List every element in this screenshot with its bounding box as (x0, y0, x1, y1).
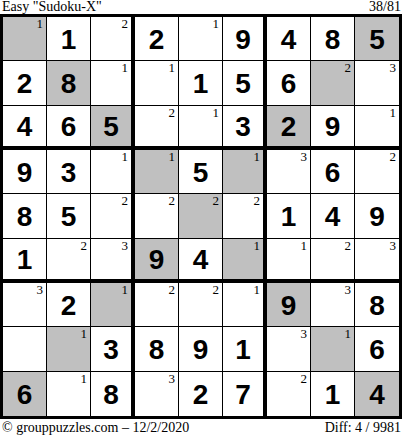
cell-value: 1 (325, 379, 341, 409)
cell-pencil-mark: 2 (169, 106, 176, 120)
cell-value: 9 (235, 24, 251, 54)
cell-r6c8[interactable]: 2 (311, 239, 355, 283)
cell-r1c5[interactable]: 1 (179, 17, 223, 61)
difficulty-text: Diff: 4 / 9981 (325, 420, 401, 435)
cell-value: 5 (103, 111, 119, 141)
cell-pencil-mark: 2 (390, 150, 397, 164)
cell-r8c7[interactable]: 3 (267, 327, 311, 371)
cell-r8c6[interactable]: 1 (223, 327, 267, 371)
cell-value: 6 (61, 111, 77, 141)
cell-r1c7[interactable]: 4 (267, 17, 311, 61)
cell-r5c7[interactable]: 1 (267, 194, 311, 238)
cell-value: 8 (369, 290, 385, 320)
cell-pencil-mark: 1 (254, 239, 261, 253)
cell-r4c1[interactable]: 9 (3, 150, 47, 194)
cell-value: 3 (103, 334, 119, 364)
cell-pencil-mark: 3 (122, 239, 129, 253)
cell-value: 9 (17, 157, 33, 187)
cell-r4c6[interactable]: 1 (223, 150, 267, 194)
puzzle-title: Easy "Sudoku-X" (2, 0, 102, 13)
cell-r9c8[interactable]: 1 (311, 372, 355, 416)
cell-pencil-mark: 2 (169, 283, 176, 297)
cell-pencil-mark: 1 (122, 61, 129, 75)
cell-pencil-mark: 3 (301, 150, 308, 164)
cell-r6c4[interactable]: 9 (135, 239, 179, 283)
cell-pencil-mark: 2 (345, 61, 352, 75)
cell-r2c5[interactable]: 1 (179, 61, 223, 105)
cell-r8c4[interactable]: 8 (135, 327, 179, 371)
cell-r7c7[interactable]: 9 (267, 283, 311, 327)
cell-pencil-mark: 2 (122, 17, 129, 31)
cell-r3c5[interactable]: 1 (179, 106, 223, 150)
cell-pencil-mark: 2 (213, 283, 220, 297)
cell-pencil-mark: 1 (254, 283, 261, 297)
cell-r1c9[interactable]: 5 (355, 17, 399, 61)
cell-pencil-mark: 1 (169, 61, 176, 75)
cell-r6c6[interactable]: 1 (223, 239, 267, 283)
cell-pencil-mark: 1 (169, 150, 176, 164)
cell-r3c7[interactable]: 2 (267, 106, 311, 150)
cell-r5c4[interactable]: 2 (135, 194, 179, 238)
cell-r1c2[interactable]: 1 (47, 17, 91, 61)
cell-r4c8[interactable]: 6 (311, 150, 355, 194)
cell-value: 2 (281, 111, 297, 141)
cell-pencil-mark: 3 (345, 283, 352, 297)
cell-r5c3[interactable]: 2 (91, 194, 135, 238)
cell-value: 9 (193, 334, 209, 364)
cell-r3c2[interactable]: 6 (47, 106, 91, 150)
cell-pencil-mark: 1 (213, 106, 220, 120)
cell-r6c3[interactable]: 3 (91, 239, 135, 283)
cell-value: 1 (17, 244, 33, 274)
cell-r6c7[interactable]: 1 (267, 239, 311, 283)
cell-pencil-mark: 1 (390, 106, 397, 120)
cell-r2c4[interactable]: 1 (135, 61, 179, 105)
cell-r9c7[interactable]: 2 (267, 372, 311, 416)
cell-pencil-mark: 3 (37, 283, 44, 297)
cell-value: 7 (235, 379, 251, 409)
cell-value: 9 (149, 244, 165, 274)
cell-r1c6[interactable]: 9 (223, 17, 267, 61)
cell-pencil-mark: 3 (301, 327, 308, 341)
cell-value: 5 (369, 24, 385, 54)
cell-r3c1[interactable]: 4 (3, 106, 47, 150)
cell-r9c1[interactable]: 6 (3, 372, 47, 416)
cell-value: 6 (325, 157, 341, 187)
cell-value: 9 (281, 290, 297, 320)
cell-r5c8[interactable]: 4 (311, 194, 355, 238)
cell-r1c1[interactable]: 1 (3, 17, 47, 61)
copyright-text: © grouppuzzles.com – 12/2/2020 (2, 420, 189, 435)
cell-value: 1 (235, 334, 251, 364)
cell-r3c3[interactable]: 5 (91, 106, 135, 150)
cell-pencil-mark: 1 (213, 17, 220, 31)
cell-r5c5[interactable]: 2 (179, 194, 223, 238)
cell-r3c9[interactable]: 1 (355, 106, 399, 150)
cell-value: 9 (369, 201, 385, 231)
cell-pencil-mark: 2 (345, 239, 352, 253)
cell-pencil-mark: 1 (301, 239, 308, 253)
cell-pencil-mark: 2 (254, 194, 261, 208)
cell-r4c3[interactable]: 1 (91, 150, 135, 194)
cell-value: 8 (325, 24, 341, 54)
cell-r4c9[interactable]: 2 (355, 150, 399, 194)
cell-value: 2 (61, 290, 77, 320)
cell-r8c3[interactable]: 3 (91, 327, 135, 371)
cell-value: 1 (61, 24, 77, 54)
cell-pencil-mark: 2 (169, 194, 176, 208)
sudoku-board: 1122194852811156234652132919311513628522… (0, 14, 402, 419)
cell-pencil-mark: 2 (213, 194, 220, 208)
cell-value: 5 (61, 201, 77, 231)
cell-r1c4[interactable]: 2 (135, 17, 179, 61)
cell-r4c7[interactable]: 3 (267, 150, 311, 194)
cell-r1c3[interactable]: 2 (91, 17, 135, 61)
cell-pencil-mark: 3 (169, 372, 176, 386)
cell-pencil-mark: 1 (122, 150, 129, 164)
cell-r2c2[interactable]: 8 (47, 61, 91, 105)
cell-value: 8 (17, 201, 33, 231)
cell-value: 4 (281, 24, 297, 54)
cell-value: 2 (149, 24, 165, 54)
cell-r8c8[interactable]: 1 (311, 327, 355, 371)
cell-r3c6[interactable]: 3 (223, 106, 267, 150)
cell-r7c4[interactable]: 2 (135, 283, 179, 327)
cell-value: 4 (193, 244, 209, 274)
cell-pencil-mark: 3 (390, 61, 397, 75)
cell-r7c6[interactable]: 1 (223, 283, 267, 327)
cell-value: 9 (325, 111, 341, 141)
cell-r7c8[interactable]: 3 (311, 283, 355, 327)
cell-r9c4[interactable]: 3 (135, 372, 179, 416)
cell-value: 3 (61, 157, 77, 187)
cell-value: 3 (235, 111, 251, 141)
cell-value: 2 (193, 379, 209, 409)
cell-value: 4 (369, 379, 385, 409)
cell-pencil-mark: 2 (301, 372, 308, 386)
cell-r5c9[interactable]: 9 (355, 194, 399, 238)
cell-r8c2[interactable]: 1 (47, 327, 91, 371)
cell-r2c1[interactable]: 2 (3, 61, 47, 105)
progress-counter: 38/81 (369, 0, 401, 13)
cell-r2c9[interactable]: 3 (355, 61, 399, 105)
cell-value: 5 (235, 68, 251, 98)
cell-r7c3[interactable]: 1 (91, 283, 135, 327)
cell-value: 8 (149, 334, 165, 364)
cell-pencil-mark: 1 (254, 150, 261, 164)
cell-value: 8 (103, 379, 119, 409)
cell-value: 5 (193, 157, 209, 187)
cell-r7c5[interactable]: 2 (179, 283, 223, 327)
cell-value: 6 (369, 334, 385, 364)
cell-pencil-mark: 2 (122, 194, 129, 208)
cell-r5c2[interactable]: 5 (47, 194, 91, 238)
cell-r2c8[interactable]: 2 (311, 61, 355, 105)
cell-r5c6[interactable]: 2 (223, 194, 267, 238)
footer: © grouppuzzles.com – 12/2/2020 Diff: 4 /… (0, 419, 402, 437)
cell-value: 6 (281, 68, 297, 98)
cell-r7c1[interactable]: 3 (3, 283, 47, 327)
puzzle-page: Easy "Sudoku-X" 38/81 112219485281115623… (0, 0, 402, 437)
cell-r6c5[interactable]: 4 (179, 239, 223, 283)
cell-r2c7[interactable]: 6 (267, 61, 311, 105)
cell-pencil-mark: 3 (390, 239, 397, 253)
cell-r6c2[interactable]: 2 (47, 239, 91, 283)
cell-pencil-mark: 1 (122, 283, 129, 297)
cell-value: 1 (193, 68, 209, 98)
header: Easy "Sudoku-X" 38/81 (0, 0, 402, 14)
cell-r7c9[interactable]: 8 (355, 283, 399, 327)
cell-r3c4[interactable]: 2 (135, 106, 179, 150)
cell-r3c8[interactable]: 9 (311, 106, 355, 150)
cell-r4c2[interactable]: 3 (47, 150, 91, 194)
cell-r6c1[interactable]: 1 (3, 239, 47, 283)
cell-r9c6[interactable]: 7 (223, 372, 267, 416)
cell-r2c3[interactable]: 1 (91, 61, 135, 105)
cell-pencil-mark: 1 (345, 327, 352, 341)
cell-r5c1[interactable]: 8 (3, 194, 47, 238)
cell-r9c9[interactable]: 4 (355, 372, 399, 416)
cell-value: 4 (17, 111, 33, 141)
cell-value: 8 (61, 68, 77, 98)
cell-value: 6 (17, 379, 33, 409)
cell-r7c2[interactable]: 2 (47, 283, 91, 327)
cell-value: 4 (325, 201, 341, 231)
cell-value: 2 (17, 68, 33, 98)
cell-pencil-mark: 2 (81, 239, 88, 253)
cell-r8c5[interactable]: 9 (179, 327, 223, 371)
cell-r9c5[interactable]: 2 (179, 372, 223, 416)
cell-r6c9[interactable]: 3 (355, 239, 399, 283)
cell-r4c4[interactable]: 1 (135, 150, 179, 194)
cell-r8c1[interactable] (3, 327, 47, 371)
cell-value: 1 (281, 201, 297, 231)
cell-r4c5[interactable]: 5 (179, 150, 223, 194)
cell-r9c2[interactable]: 1 (47, 372, 91, 416)
cell-r2c6[interactable]: 5 (223, 61, 267, 105)
cell-r8c9[interactable]: 6 (355, 327, 399, 371)
cell-pencil-mark: 1 (81, 327, 88, 341)
cell-r9c3[interactable]: 8 (91, 372, 135, 416)
cell-pencil-mark: 1 (81, 372, 88, 386)
cell-pencil-mark: 1 (37, 17, 44, 31)
cell-r1c8[interactable]: 8 (311, 17, 355, 61)
